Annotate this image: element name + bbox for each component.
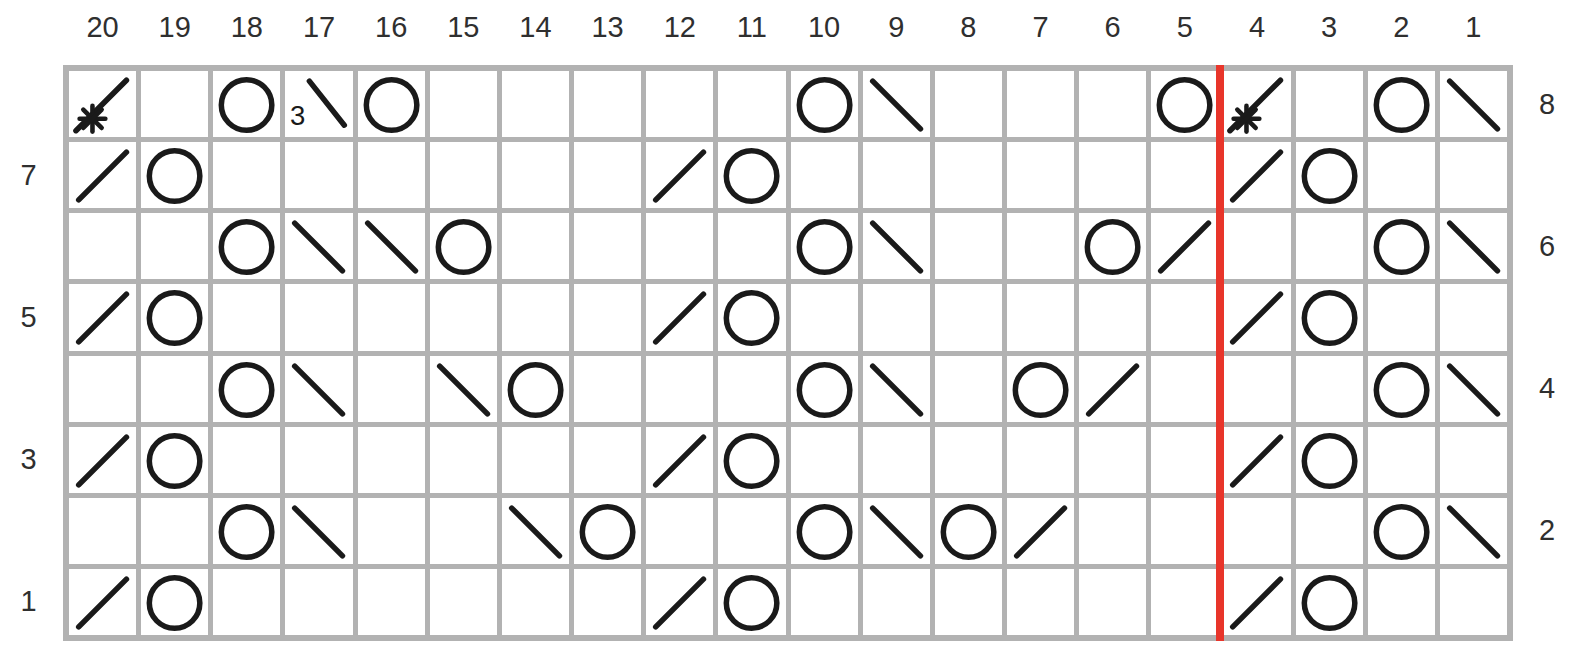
cell-row8-col7-empty (1007, 71, 1074, 137)
cell-row1-col7-empty (1007, 569, 1074, 635)
row-number-blank-left-6 (0, 498, 57, 564)
row-number-blank-right-3 (1517, 284, 1577, 350)
cell-row8-col10-yarn-over-circle (791, 71, 858, 137)
yarn-over-circle-icon (141, 142, 208, 208)
cell-row1-col4-right-decrease-slash (1223, 569, 1290, 635)
cell-row5-col18-empty (213, 284, 280, 350)
cell-row8-col17-backslash-with-3: 3 (285, 71, 352, 137)
cell-row5-col20-right-decrease-slash (69, 284, 136, 350)
cell-row2-col5-empty (1151, 498, 1218, 564)
cell-row4-col9-left-decrease-backslash (863, 356, 930, 422)
cell-row3-col4-right-decrease-slash (1223, 427, 1290, 493)
cell-row3-col3-yarn-over-circle (1296, 427, 1363, 493)
cell-row7-col15-empty (430, 142, 497, 208)
cell-row2-col14-left-decrease-backslash (502, 498, 569, 564)
cell-row6-col14-empty (502, 213, 569, 279)
row-numbers-left: 7531 (0, 65, 57, 641)
cell-row3-col20-right-decrease-slash (69, 427, 136, 493)
cell-row8-col8-empty (935, 71, 1002, 137)
cell-row1-col18-empty (213, 569, 280, 635)
yarn-over-circle-icon (935, 498, 1002, 564)
yarn-over-circle-icon (1296, 427, 1363, 493)
row-number-blank-left-4 (0, 356, 57, 422)
cell-row1-col6-empty (1079, 569, 1146, 635)
cell-row7-col14-empty (502, 142, 569, 208)
left-decrease-backslash-icon (1440, 71, 1507, 137)
cell-row6-col2-yarn-over-circle (1368, 213, 1435, 279)
yarn-over-circle-icon (1079, 213, 1146, 279)
row-number-blank-left-2 (0, 213, 57, 279)
cell-row4-col13-empty (574, 356, 641, 422)
cell-row6-col15-yarn-over-circle (430, 213, 497, 279)
column-number-6: 6 (1079, 4, 1146, 50)
cell-row3-col17-empty (285, 427, 352, 493)
cell-row3-col14-empty (502, 427, 569, 493)
cell-row2-col4-empty (1223, 498, 1290, 564)
cell-row2-col9-left-decrease-backslash (863, 498, 930, 564)
cell-row4-col17-left-decrease-backslash (285, 356, 352, 422)
column-number-4: 4 (1223, 4, 1290, 50)
cell-row8-col19-empty (141, 71, 208, 137)
yarn-over-circle-icon (791, 498, 858, 564)
right-decrease-slash-icon (1223, 142, 1290, 208)
cell-row3-col9-empty (863, 427, 930, 493)
cell-row7-col3-yarn-over-circle (1296, 142, 1363, 208)
knitting-chart: 2019181716151413121110987654321 7531 864… (0, 0, 1584, 657)
yarn-over-circle-icon (574, 498, 641, 564)
cell-row1-col3-yarn-over-circle (1296, 569, 1363, 635)
cell-row4-col12-empty (646, 356, 713, 422)
column-number-14: 14 (502, 4, 569, 50)
cell-row4-col20-empty (69, 356, 136, 422)
yarn-over-circle-icon (1368, 498, 1435, 564)
yarn-over-circle-icon (718, 284, 785, 350)
cell-row2-col15-empty (430, 498, 497, 564)
cell-row5-col9-empty (863, 284, 930, 350)
cell-row7-col11-yarn-over-circle (718, 142, 785, 208)
cell-row7-col12-right-decrease-slash (646, 142, 713, 208)
svg-text:3: 3 (291, 100, 306, 131)
cell-row6-col17-left-decrease-backslash (285, 213, 352, 279)
cell-row4-col3-empty (1296, 356, 1363, 422)
cell-row4-col5-empty (1151, 356, 1218, 422)
cell-row8-col3-empty (1296, 71, 1363, 137)
cell-row2-col16-empty (358, 498, 425, 564)
cell-row4-col4-empty (1223, 356, 1290, 422)
cell-row6-col6-yarn-over-circle (1079, 213, 1146, 279)
cell-row8-col5-yarn-over-circle (1151, 71, 1218, 137)
cell-row2-col8-yarn-over-circle (935, 498, 1002, 564)
cell-row7-col10-empty (791, 142, 858, 208)
left-decrease-backslash-icon (863, 356, 930, 422)
yarn-over-circle-icon (1296, 284, 1363, 350)
cell-row1-col11-yarn-over-circle (718, 569, 785, 635)
cell-row3-col19-yarn-over-circle (141, 427, 208, 493)
cell-row7-col6-empty (1079, 142, 1146, 208)
left-decrease-backslash-icon (285, 213, 352, 279)
cell-row8-col11-empty (718, 71, 785, 137)
cell-row3-col1-empty (1440, 427, 1507, 493)
cell-row1-col14-empty (502, 569, 569, 635)
cell-row8-col12-empty (646, 71, 713, 137)
cell-row7-col19-yarn-over-circle (141, 142, 208, 208)
cell-row5-col10-empty (791, 284, 858, 350)
cell-row2-col10-yarn-over-circle (791, 498, 858, 564)
row-number-blank-left-0 (0, 71, 57, 137)
cell-row4-col1-left-decrease-backslash (1440, 356, 1507, 422)
cell-row1-col12-right-decrease-slash (646, 569, 713, 635)
yarn-over-circle-icon (1368, 71, 1435, 137)
yarn-over-circle-icon (718, 142, 785, 208)
cell-row8-col9-left-decrease-backslash (863, 71, 930, 137)
column-number-11: 11 (718, 4, 785, 50)
cell-row5-col17-empty (285, 284, 352, 350)
row-number-2: 2 (1517, 498, 1577, 564)
cell-row7-col4-right-decrease-slash (1223, 142, 1290, 208)
left-decrease-backslash-icon (1440, 356, 1507, 422)
cell-row7-col9-empty (863, 142, 930, 208)
cell-row4-col15-left-decrease-backslash (430, 356, 497, 422)
row-number-7: 7 (0, 142, 57, 208)
cell-row1-col13-empty (574, 569, 641, 635)
cell-row2-col18-yarn-over-circle (213, 498, 280, 564)
yarn-over-circle-icon (718, 569, 785, 635)
cell-row6-col4-empty (1223, 213, 1290, 279)
cell-row3-col13-empty (574, 427, 641, 493)
cell-row6-col8-empty (935, 213, 1002, 279)
left-decrease-backslash-icon (1440, 213, 1507, 279)
cell-row1-col5-empty (1151, 569, 1218, 635)
cell-row5-col13-empty (574, 284, 641, 350)
right-decrease-slash-icon (646, 427, 713, 493)
cell-row3-col5-empty (1151, 427, 1218, 493)
cell-row6-col20-empty (69, 213, 136, 279)
cell-row1-col19-yarn-over-circle (141, 569, 208, 635)
cell-row5-col3-yarn-over-circle (1296, 284, 1363, 350)
cell-row2-col17-left-decrease-backslash (285, 498, 352, 564)
cell-row7-col1-empty (1440, 142, 1507, 208)
left-decrease-backslash-icon (358, 213, 425, 279)
row-number-1: 1 (0, 569, 57, 635)
yarn-over-circle-icon (502, 356, 569, 422)
cell-row6-col1-left-decrease-backslash (1440, 213, 1507, 279)
cell-row8-col18-yarn-over-circle (213, 71, 280, 137)
cell-row2-col3-empty (1296, 498, 1363, 564)
column-number-7: 7 (1007, 4, 1074, 50)
column-number-13: 13 (574, 4, 641, 50)
cell-row6-col13-empty (574, 213, 641, 279)
backslash-with-3-icon: 3 (285, 71, 352, 137)
cell-row1-col9-empty (863, 569, 930, 635)
column-number-1: 1 (1440, 4, 1507, 50)
cell-row2-col20-empty (69, 498, 136, 564)
cell-row5-col6-empty (1079, 284, 1146, 350)
cell-row4-col2-yarn-over-circle (1368, 356, 1435, 422)
cell-row3-col7-empty (1007, 427, 1074, 493)
cell-row1-col20-right-decrease-slash (69, 569, 136, 635)
yarn-over-circle-icon (1368, 213, 1435, 279)
cell-row1-col16-empty (358, 569, 425, 635)
cell-row7-col7-empty (1007, 142, 1074, 208)
cell-row3-col6-empty (1079, 427, 1146, 493)
cell-row6-col5-right-decrease-slash (1151, 213, 1218, 279)
cell-row8-col2-yarn-over-circle (1368, 71, 1435, 137)
right-decrease-slash-icon (69, 284, 136, 350)
column-number-2: 2 (1368, 4, 1435, 50)
cell-row7-col8-empty (935, 142, 1002, 208)
yarn-over-circle-icon (791, 213, 858, 279)
cell-row5-col7-empty (1007, 284, 1074, 350)
left-decrease-backslash-icon (863, 498, 930, 564)
row-number-blank-right-1 (1517, 142, 1577, 208)
right-decrease-slash-icon (69, 569, 136, 635)
cell-row4-col11-empty (718, 356, 785, 422)
cell-row2-col1-left-decrease-backslash (1440, 498, 1507, 564)
column-number-3: 3 (1296, 4, 1363, 50)
cell-row8-col13-empty (574, 71, 641, 137)
cell-row4-col10-yarn-over-circle (791, 356, 858, 422)
cell-row5-col16-empty (358, 284, 425, 350)
cell-row6-col3-empty (1296, 213, 1363, 279)
cell-row6-col19-empty (141, 213, 208, 279)
cell-row1-col17-empty (285, 569, 352, 635)
yarn-over-circle-icon (718, 427, 785, 493)
cell-row8-col16-yarn-over-circle (358, 71, 425, 137)
cell-row4-col18-yarn-over-circle (213, 356, 280, 422)
cell-row6-col12-empty (646, 213, 713, 279)
cell-row7-col20-right-decrease-slash (69, 142, 136, 208)
cell-row7-col16-empty (358, 142, 425, 208)
cell-row3-col8-empty (935, 427, 1002, 493)
yarn-over-circle-icon (1151, 71, 1218, 137)
right-decrease-slash-icon (1223, 284, 1290, 350)
yarn-over-circle-icon (213, 498, 280, 564)
yarn-over-circle-icon (358, 71, 425, 137)
cell-row2-col7-right-decrease-slash (1007, 498, 1074, 564)
cell-row3-col12-right-decrease-slash (646, 427, 713, 493)
cell-row7-col5-empty (1151, 142, 1218, 208)
cell-row5-col1-empty (1440, 284, 1507, 350)
cell-row1-col1-empty (1440, 569, 1507, 635)
right-decrease-slash-icon (646, 142, 713, 208)
cell-row5-col2-empty (1368, 284, 1435, 350)
cell-row5-col8-empty (935, 284, 1002, 350)
yarn-over-circle-icon (1007, 356, 1074, 422)
right-decrease-slash-icon (646, 284, 713, 350)
left-decrease-backslash-icon (430, 356, 497, 422)
column-number-15: 15 (430, 4, 497, 50)
pattern-repeat-line (1216, 65, 1224, 641)
column-numbers: 2019181716151413121110987654321 (63, 4, 1513, 50)
yarn-over-circle-icon (213, 71, 280, 137)
column-number-5: 5 (1151, 4, 1218, 50)
left-decrease-backslash-icon (502, 498, 569, 564)
cell-row5-col15-empty (430, 284, 497, 350)
yarn-over-circle-icon (1368, 356, 1435, 422)
cell-row6-col16-left-decrease-backslash (358, 213, 425, 279)
cell-row5-col12-right-decrease-slash (646, 284, 713, 350)
right-decrease-slash-icon (69, 427, 136, 493)
cell-row7-col13-empty (574, 142, 641, 208)
cell-row4-col14-yarn-over-circle (502, 356, 569, 422)
yarn-over-circle-icon (141, 427, 208, 493)
cell-row5-col11-yarn-over-circle (718, 284, 785, 350)
cell-row8-col15-empty (430, 71, 497, 137)
right-decrease-slash-icon (1223, 427, 1290, 493)
yarn-over-circle-icon (430, 213, 497, 279)
column-number-20: 20 (69, 4, 136, 50)
column-number-16: 16 (358, 4, 425, 50)
left-decrease-backslash-icon (285, 498, 352, 564)
chart-grid: 3 (63, 65, 1513, 641)
yarn-over-circle-icon (1296, 142, 1363, 208)
cell-row2-col12-empty (646, 498, 713, 564)
yarn-over-circle-icon (141, 569, 208, 635)
cell-row1-col15-empty (430, 569, 497, 635)
cell-row3-col15-empty (430, 427, 497, 493)
right-decrease-slash-icon (1079, 356, 1146, 422)
yarn-over-circle-icon (791, 356, 858, 422)
yarn-over-circle-icon (213, 356, 280, 422)
right-decrease-slash-icon (1007, 498, 1074, 564)
row-number-6: 6 (1517, 213, 1577, 279)
cell-row4-col16-empty (358, 356, 425, 422)
cell-row1-col2-empty (1368, 569, 1435, 635)
cell-row5-col4-right-decrease-slash (1223, 284, 1290, 350)
column-number-17: 17 (285, 4, 352, 50)
left-decrease-backslash-icon (863, 71, 930, 137)
right-decrease-slash-icon (69, 142, 136, 208)
yarn-over-circle-icon (1296, 569, 1363, 635)
slash-with-asterisk-icon (1223, 71, 1290, 137)
row-number-blank-right-7 (1517, 569, 1577, 635)
cell-row2-col6-empty (1079, 498, 1146, 564)
right-decrease-slash-icon (1151, 213, 1218, 279)
left-decrease-backslash-icon (863, 213, 930, 279)
cell-row3-col10-empty (791, 427, 858, 493)
cell-row1-col10-empty (791, 569, 858, 635)
right-decrease-slash-icon (646, 569, 713, 635)
row-numbers-right: 8642 (1517, 65, 1577, 641)
cell-row5-col5-empty (1151, 284, 1218, 350)
cell-row7-col18-empty (213, 142, 280, 208)
cell-row7-col2-empty (1368, 142, 1435, 208)
cell-row5-col14-empty (502, 284, 569, 350)
column-number-18: 18 (213, 4, 280, 50)
row-number-5: 5 (0, 284, 57, 350)
cell-row8-col6-empty (1079, 71, 1146, 137)
column-number-19: 19 (141, 4, 208, 50)
yarn-over-circle-icon (213, 213, 280, 279)
cell-row8-col14-empty (502, 71, 569, 137)
cell-row6-col9-left-decrease-backslash (863, 213, 930, 279)
cell-row2-col11-empty (718, 498, 785, 564)
cell-row2-col2-yarn-over-circle (1368, 498, 1435, 564)
cell-row8-col20-slash-with-asterisk (69, 71, 136, 137)
column-number-10: 10 (791, 4, 858, 50)
cell-row4-col6-right-decrease-slash (1079, 356, 1146, 422)
cell-row3-col18-empty (213, 427, 280, 493)
cell-row6-col11-empty (718, 213, 785, 279)
cell-row7-col17-empty (285, 142, 352, 208)
cell-row3-col11-yarn-over-circle (718, 427, 785, 493)
row-number-blank-right-5 (1517, 427, 1577, 493)
cell-row6-col18-yarn-over-circle (213, 213, 280, 279)
cell-row2-col19-empty (141, 498, 208, 564)
column-number-9: 9 (863, 4, 930, 50)
cell-row4-col19-empty (141, 356, 208, 422)
row-number-4: 4 (1517, 356, 1577, 422)
cell-row8-col1-left-decrease-backslash (1440, 71, 1507, 137)
cell-row1-col8-empty (935, 569, 1002, 635)
cell-row4-col8-empty (935, 356, 1002, 422)
left-decrease-backslash-icon (1440, 498, 1507, 564)
slash-with-asterisk-icon (69, 71, 136, 137)
right-decrease-slash-icon (1223, 569, 1290, 635)
cell-row6-col10-yarn-over-circle (791, 213, 858, 279)
row-number-8: 8 (1517, 71, 1577, 137)
column-number-12: 12 (646, 4, 713, 50)
row-number-3: 3 (0, 427, 57, 493)
left-decrease-backslash-icon (285, 356, 352, 422)
yarn-over-circle-icon (141, 284, 208, 350)
yarn-over-circle-icon (791, 71, 858, 137)
cell-row3-col16-empty (358, 427, 425, 493)
cell-row2-col13-yarn-over-circle (574, 498, 641, 564)
cell-row5-col19-yarn-over-circle (141, 284, 208, 350)
cell-row3-col2-empty (1368, 427, 1435, 493)
cell-row4-col7-yarn-over-circle (1007, 356, 1074, 422)
cell-row8-col4-slash-with-asterisk (1223, 71, 1290, 137)
column-number-8: 8 (935, 4, 1002, 50)
cell-row6-col7-empty (1007, 213, 1074, 279)
